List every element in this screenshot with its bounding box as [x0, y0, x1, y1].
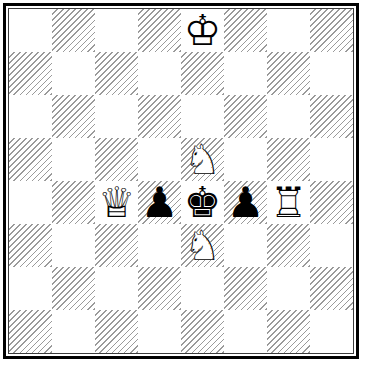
square-h4[interactable] — [310, 181, 353, 224]
square-c1[interactable] — [95, 310, 138, 353]
square-b3[interactable] — [52, 224, 95, 267]
square-d7[interactable] — [138, 52, 181, 95]
square-d1[interactable] — [138, 310, 181, 353]
square-f1[interactable] — [224, 310, 267, 353]
white-queen-c4[interactable]: ♛♕ — [95, 181, 138, 224]
square-g2[interactable] — [267, 267, 310, 310]
square-a8[interactable] — [9, 9, 52, 52]
square-c3[interactable] — [95, 224, 138, 267]
square-b1[interactable] — [52, 310, 95, 353]
square-e2[interactable] — [181, 267, 224, 310]
chess-diagram: ♚♔♞♘♛♕♟♚♟♜♖♞♘ — [3, 3, 359, 359]
square-d6[interactable] — [138, 95, 181, 138]
square-c4[interactable]: ♛♕ — [95, 181, 138, 224]
white-king-outline-glyph: ♔ — [181, 9, 224, 52]
white-knight-e5[interactable]: ♞♘ — [181, 138, 224, 181]
square-c5[interactable] — [95, 138, 138, 181]
square-f8[interactable] — [224, 9, 267, 52]
square-h1[interactable] — [310, 310, 353, 353]
square-c7[interactable] — [95, 52, 138, 95]
square-b5[interactable] — [52, 138, 95, 181]
white-queen-outline-glyph: ♕ — [95, 181, 138, 224]
square-f5[interactable] — [224, 138, 267, 181]
square-h2[interactable] — [310, 267, 353, 310]
square-b4[interactable] — [52, 181, 95, 224]
square-f2[interactable] — [224, 267, 267, 310]
square-d2[interactable] — [138, 267, 181, 310]
square-e5[interactable]: ♞♘ — [181, 138, 224, 181]
square-g6[interactable] — [267, 95, 310, 138]
square-b8[interactable] — [52, 9, 95, 52]
black-pawn-d4[interactable]: ♟ — [138, 181, 181, 224]
square-c8[interactable] — [95, 9, 138, 52]
black-pawn-f4[interactable]: ♟ — [224, 181, 267, 224]
square-g1[interactable] — [267, 310, 310, 353]
square-e8[interactable]: ♚♔ — [181, 9, 224, 52]
square-b7[interactable] — [52, 52, 95, 95]
square-a4[interactable] — [9, 181, 52, 224]
square-f6[interactable] — [224, 95, 267, 138]
square-a3[interactable] — [9, 224, 52, 267]
black-pawn-fill-glyph: ♟ — [224, 181, 267, 224]
square-g8[interactable] — [267, 9, 310, 52]
black-pawn-fill-glyph: ♟ — [138, 181, 181, 224]
square-c2[interactable] — [95, 267, 138, 310]
white-knight-outline-glyph: ♘ — [181, 138, 224, 181]
square-a6[interactable] — [9, 95, 52, 138]
square-h7[interactable] — [310, 52, 353, 95]
white-rook-outline-glyph: ♖ — [267, 181, 310, 224]
white-king-e8[interactable]: ♚♔ — [181, 9, 224, 52]
square-f7[interactable] — [224, 52, 267, 95]
square-g7[interactable] — [267, 52, 310, 95]
board-frame: ♚♔♞♘♛♕♟♚♟♜♖♞♘ — [8, 8, 354, 354]
square-b2[interactable] — [52, 267, 95, 310]
chess-board: ♚♔♞♘♛♕♟♚♟♜♖♞♘ — [9, 9, 353, 353]
white-knight-outline-glyph: ♘ — [181, 224, 224, 267]
square-e7[interactable] — [181, 52, 224, 95]
square-b6[interactable] — [52, 95, 95, 138]
square-a1[interactable] — [9, 310, 52, 353]
black-king-e4[interactable]: ♚ — [181, 181, 224, 224]
square-e1[interactable] — [181, 310, 224, 353]
square-f4[interactable]: ♟ — [224, 181, 267, 224]
square-f3[interactable] — [224, 224, 267, 267]
square-h8[interactable] — [310, 9, 353, 52]
square-g3[interactable] — [267, 224, 310, 267]
square-a7[interactable] — [9, 52, 52, 95]
square-e4[interactable]: ♚ — [181, 181, 224, 224]
square-h6[interactable] — [310, 95, 353, 138]
square-d4[interactable]: ♟ — [138, 181, 181, 224]
white-rook-g4[interactable]: ♜♖ — [267, 181, 310, 224]
square-d3[interactable] — [138, 224, 181, 267]
square-a5[interactable] — [9, 138, 52, 181]
square-d8[interactable] — [138, 9, 181, 52]
square-d5[interactable] — [138, 138, 181, 181]
square-g4[interactable]: ♜♖ — [267, 181, 310, 224]
square-e3[interactable]: ♞♘ — [181, 224, 224, 267]
square-h5[interactable] — [310, 138, 353, 181]
black-king-fill-glyph: ♚ — [181, 181, 224, 224]
square-c6[interactable] — [95, 95, 138, 138]
square-e6[interactable] — [181, 95, 224, 138]
white-knight-e3[interactable]: ♞♘ — [181, 224, 224, 267]
square-a2[interactable] — [9, 267, 52, 310]
square-g5[interactable] — [267, 138, 310, 181]
square-h3[interactable] — [310, 224, 353, 267]
